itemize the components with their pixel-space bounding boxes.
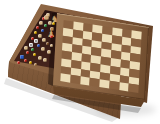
- tray-piece-dot: [43, 58, 47, 62]
- tray-piece-dot: [38, 34, 42, 38]
- tray-piece-dot: [46, 42, 49, 45]
- square-f1: [109, 81, 119, 90]
- square-d1: [90, 78, 100, 87]
- chess-board-grid: [60, 20, 141, 93]
- tray-piece-dot: [41, 47, 45, 51]
- board-lid: [53, 13, 149, 100]
- tray-piece-dot: [50, 44, 53, 47]
- square-g1: [119, 82, 129, 91]
- tray-piece-dot: [42, 38, 46, 42]
- tray-piece-die: [29, 43, 33, 47]
- tray-piece-dot: [47, 50, 51, 54]
- tray-piece-dot: [39, 21, 43, 25]
- tray-piece-dot: [50, 35, 53, 38]
- chess-box-photo: ♞♟: [0, 0, 160, 124]
- square-e1: [99, 79, 109, 88]
- tray-piece-dot: [44, 24, 47, 27]
- tray-piece-dot: [24, 46, 28, 50]
- tray-piece-die: [34, 39, 38, 43]
- square-b1: [70, 75, 80, 84]
- square-c1: [80, 76, 90, 85]
- tray-piece-dot: [41, 29, 44, 32]
- tray-piece-dot: [36, 26, 39, 29]
- tray-piece-dot: [29, 61, 32, 64]
- tray-piece-dot: [34, 63, 37, 66]
- tray-piece-dot: [31, 48, 34, 51]
- tray-piece-dot: [34, 31, 37, 34]
- tray-piece-dot: [26, 51, 29, 54]
- tray-piece-cube: [20, 55, 24, 59]
- tray-piece-dot: [44, 15, 49, 20]
- tray-piece-dot: [37, 44, 40, 47]
- tray-piece-dot: [17, 61, 20, 64]
- tray-piece-dot: [24, 59, 27, 62]
- square-a1: [60, 73, 70, 82]
- square-h1: [129, 84, 139, 93]
- tray-piece-dot: [33, 53, 36, 56]
- tray-piece-dot: [38, 56, 42, 60]
- tray-piece-dot: [52, 22, 55, 25]
